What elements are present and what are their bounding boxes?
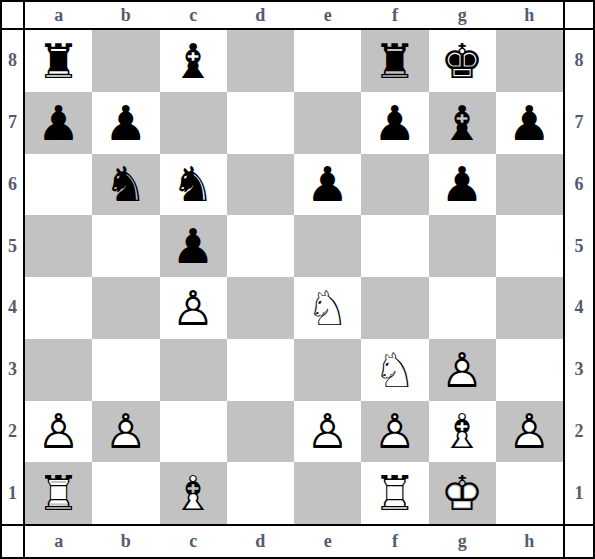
rank-label-right-1: 1 [565,462,593,524]
file-label-top-f: f [361,2,428,28]
square-g5[interactable] [429,215,496,277]
square-h4[interactable] [496,277,563,339]
square-e4[interactable]: ♞♘ [294,277,361,339]
square-f2[interactable]: ♟♙ [361,401,428,463]
square-g4[interactable] [429,277,496,339]
black-pawn-f7[interactable]: ♟ [361,92,428,154]
square-c1[interactable]: ♝♗ [160,462,227,524]
piece-glyph: ♖ [37,469,80,517]
square-c6[interactable]: ♞ [160,154,227,216]
square-g6[interactable]: ♟ [429,154,496,216]
square-a6[interactable] [25,154,92,216]
square-f6[interactable] [361,154,428,216]
piece-glyph: ♟ [306,160,349,208]
black-pawn-g6[interactable]: ♟ [429,154,496,216]
rank-label-left-4: 4 [2,277,23,339]
square-g2[interactable]: ♝♗ [429,401,496,463]
white-knight-e4[interactable]: ♞♘ [294,277,361,339]
white-pawn-e2[interactable]: ♟♙ [294,401,361,463]
square-c2[interactable] [160,401,227,463]
file-label-bottom-h: h [496,526,563,557]
file-label-top-e: e [294,2,361,28]
white-pawn-a2[interactable]: ♟♙ [25,401,92,463]
square-h1[interactable] [496,462,563,524]
square-b6[interactable]: ♞ [92,154,159,216]
chess-board-diagram: abcdefgh 87654321 87654321 abcdefgh ♜♝♜♚… [0,0,595,559]
piece-glyph: ♟ [37,99,80,147]
piece-glyph: ♙ [306,407,349,455]
piece-glyph: ♟ [172,222,215,270]
square-h7[interactable]: ♟ [496,92,563,154]
rank-label-right-8: 8 [565,30,593,92]
square-d7[interactable] [227,92,294,154]
piece-glyph: ♖ [373,469,416,517]
file-labels-bottom: abcdefgh [25,526,563,557]
piece-glyph: ♘ [373,346,416,394]
square-a3[interactable] [25,339,92,401]
piece-glyph: ♝ [172,37,215,85]
white-bishop-g2[interactable]: ♝♗ [429,401,496,463]
rank-label-left-1: 1 [2,462,23,524]
rank-labels-left: 87654321 [2,30,23,524]
white-rook-a1[interactable]: ♜♖ [25,462,92,524]
file-label-top-h: h [496,2,563,28]
black-pawn-e6[interactable]: ♟ [294,154,361,216]
square-c5[interactable]: ♟ [160,215,227,277]
file-label-bottom-b: b [92,526,159,557]
square-e3[interactable] [294,339,361,401]
square-e1[interactable] [294,462,361,524]
file-label-top-d: d [227,2,294,28]
square-b2[interactable]: ♟♙ [92,401,159,463]
square-c3[interactable] [160,339,227,401]
black-knight-c6[interactable]: ♞ [160,154,227,216]
piece-glyph: ♔ [441,469,484,517]
rank-label-right-7: 7 [565,92,593,154]
file-label-bottom-a: a [25,526,92,557]
black-rook-a8[interactable]: ♜ [25,30,92,92]
square-f3[interactable]: ♞♘ [361,339,428,401]
square-b1[interactable] [92,462,159,524]
square-e5[interactable] [294,215,361,277]
white-king-g1[interactable]: ♚♔ [429,462,496,524]
square-g8[interactable]: ♚ [429,30,496,92]
white-rook-f1[interactable]: ♜♖ [361,462,428,524]
square-h3[interactable] [496,339,563,401]
square-f5[interactable] [361,215,428,277]
piece-glyph: ♞ [104,160,147,208]
white-bishop-c1[interactable]: ♝♗ [160,462,227,524]
square-a7[interactable]: ♟ [25,92,92,154]
square-e2[interactable]: ♟♙ [294,401,361,463]
square-e8[interactable] [294,30,361,92]
square-h6[interactable] [496,154,563,216]
rank-label-right-4: 4 [565,277,593,339]
square-g7[interactable]: ♝ [429,92,496,154]
piece-glyph: ♟ [373,99,416,147]
file-labels-top: abcdefgh [25,2,563,28]
rank-label-left-6: 6 [2,154,23,216]
square-c7[interactable] [160,92,227,154]
square-b3[interactable] [92,339,159,401]
file-label-bottom-d: d [227,526,294,557]
piece-glyph: ♟ [508,99,551,147]
piece-glyph: ♙ [508,407,551,455]
piece-glyph: ♝ [441,99,484,147]
rank-label-right-3: 3 [565,339,593,401]
square-g1[interactable]: ♚♔ [429,462,496,524]
white-pawn-h2[interactable]: ♟♙ [496,401,563,463]
square-d1[interactable] [227,462,294,524]
square-f4[interactable] [361,277,428,339]
piece-glyph: ♙ [104,407,147,455]
white-pawn-f2[interactable]: ♟♙ [361,401,428,463]
piece-glyph: ♟ [441,160,484,208]
square-e7[interactable] [294,92,361,154]
piece-glyph: ♙ [373,407,416,455]
file-label-top-a: a [25,2,92,28]
piece-glyph: ♗ [172,469,215,517]
file-label-bottom-e: e [294,526,361,557]
square-a1[interactable]: ♜♖ [25,462,92,524]
white-pawn-g3[interactable]: ♟♙ [429,339,496,401]
square-a2[interactable]: ♟♙ [25,401,92,463]
black-king-g8[interactable]: ♚ [429,30,496,92]
piece-glyph: ♙ [441,346,484,394]
square-h8[interactable] [496,30,563,92]
black-knight-b6[interactable]: ♞ [92,154,159,216]
rank-label-left-5: 5 [2,215,23,277]
chess-board: ♜♝♜♚♟♟♟♝♟♞♞♟♟♟♟♙♞♘♞♘♟♙♟♙♟♙♟♙♟♙♝♗♟♙♜♖♝♗♜♖… [25,30,563,524]
square-c4[interactable]: ♟♙ [160,277,227,339]
piece-glyph: ♜ [373,37,416,85]
black-pawn-h7[interactable]: ♟ [496,92,563,154]
file-label-bottom-c: c [160,526,227,557]
square-d8[interactable] [227,30,294,92]
file-label-bottom-f: f [361,526,428,557]
square-f8[interactable]: ♜ [361,30,428,92]
file-label-top-b: b [92,2,159,28]
file-label-top-c: c [160,2,227,28]
square-d3[interactable] [227,339,294,401]
black-pawn-b7[interactable]: ♟ [92,92,159,154]
square-e6[interactable]: ♟ [294,154,361,216]
piece-glyph: ♞ [172,160,215,208]
piece-glyph: ♟ [104,99,147,147]
file-label-bottom-g: g [429,526,496,557]
piece-glyph: ♘ [306,284,349,332]
square-a5[interactable] [25,215,92,277]
square-d4[interactable] [227,277,294,339]
piece-glyph: ♜ [37,37,80,85]
black-pawn-a7[interactable]: ♟ [25,92,92,154]
rank-label-left-7: 7 [2,92,23,154]
square-d2[interactable] [227,401,294,463]
white-pawn-c4[interactable]: ♟♙ [160,277,227,339]
square-f7[interactable]: ♟ [361,92,428,154]
rank-label-left-8: 8 [2,30,23,92]
square-b7[interactable]: ♟ [92,92,159,154]
square-b5[interactable] [92,215,159,277]
rank-label-left-3: 3 [2,339,23,401]
square-h5[interactable] [496,215,563,277]
frame-line-bottom [2,524,593,526]
piece-glyph: ♗ [441,407,484,455]
piece-glyph: ♚ [441,37,484,85]
square-c8[interactable]: ♝ [160,30,227,92]
square-a8[interactable]: ♜ [25,30,92,92]
rank-labels-right: 87654321 [565,30,593,524]
black-bishop-c8[interactable]: ♝ [160,30,227,92]
square-d6[interactable] [227,154,294,216]
file-label-top-g: g [429,2,496,28]
black-bishop-g7[interactable]: ♝ [429,92,496,154]
square-g3[interactable]: ♟♙ [429,339,496,401]
square-b8[interactable] [92,30,159,92]
square-a4[interactable] [25,277,92,339]
piece-glyph: ♙ [172,284,215,332]
rank-label-right-2: 2 [565,401,593,463]
square-d5[interactable] [227,215,294,277]
white-pawn-b2[interactable]: ♟♙ [92,401,159,463]
rank-label-right-5: 5 [565,215,593,277]
piece-glyph: ♙ [37,407,80,455]
square-h2[interactable]: ♟♙ [496,401,563,463]
rank-label-left-2: 2 [2,401,23,463]
black-rook-f8[interactable]: ♜ [361,30,428,92]
rank-label-right-6: 6 [565,154,593,216]
square-f1[interactable]: ♜♖ [361,462,428,524]
frame-line-right [563,2,565,557]
black-pawn-c5[interactable]: ♟ [160,215,227,277]
white-knight-f3[interactable]: ♞♘ [361,339,428,401]
square-b4[interactable] [92,277,159,339]
